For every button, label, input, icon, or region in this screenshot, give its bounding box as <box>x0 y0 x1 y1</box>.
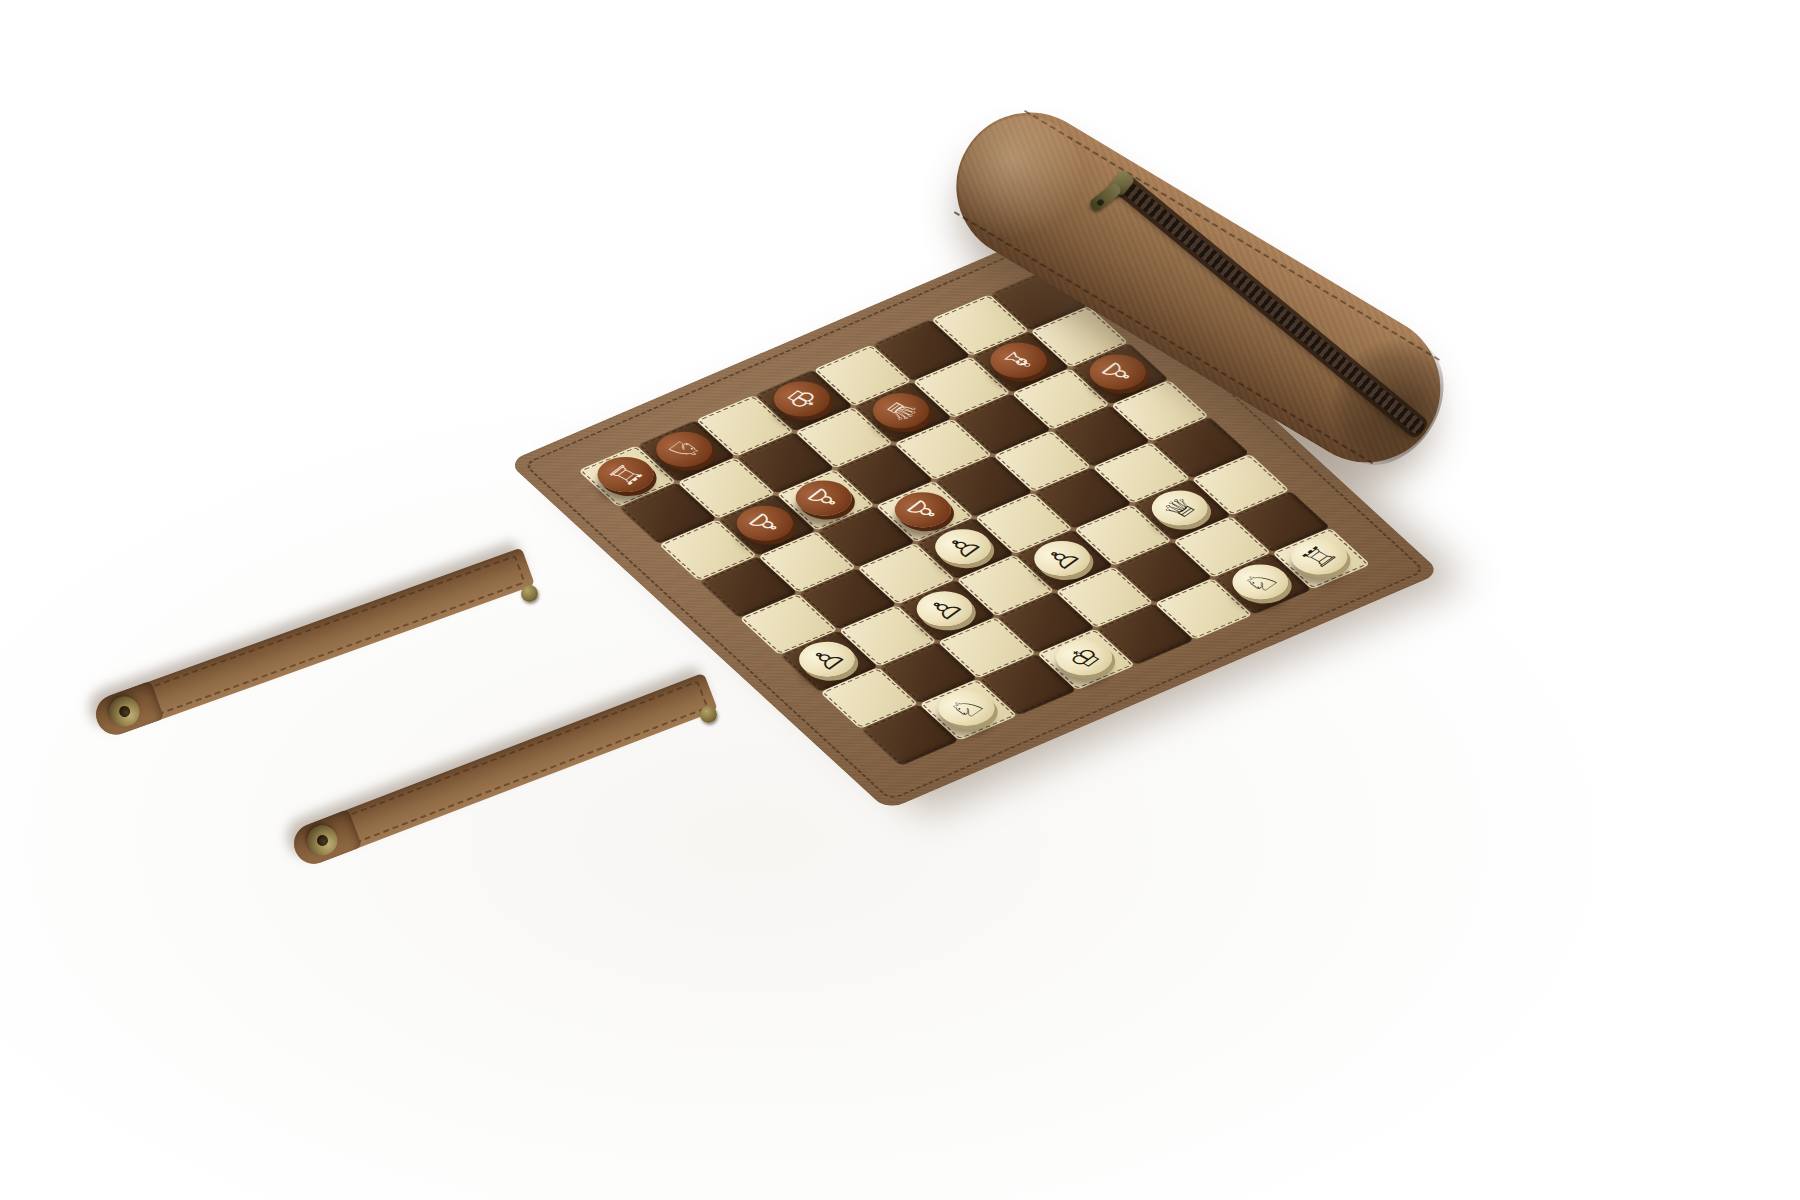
pawn-glyph: ♙ <box>899 495 947 525</box>
pawn-glyph: ♙ <box>803 644 852 675</box>
pawn-glyph: ♙ <box>800 483 848 513</box>
strap-upper <box>91 547 535 740</box>
rivet-icon <box>521 585 538 602</box>
rook-glyph: ♖ <box>602 460 650 490</box>
pawn-glyph: ♙ <box>939 531 988 562</box>
knight-glyph: ♘ <box>942 693 991 724</box>
pawn-glyph: ♙ <box>1038 543 1087 574</box>
rivet-icon <box>700 706 717 723</box>
pawn-glyph: ♙ <box>1094 357 1142 387</box>
zipper-tab-icon[interactable] <box>1088 181 1123 212</box>
pawn-glyph: ♙ <box>741 508 789 538</box>
strap-lower <box>288 673 718 870</box>
scene: ♖♘♔♕♗♙♙♙♙♙♙♙♙♕♘♔♘♖ <box>0 0 1800 1200</box>
queen-glyph: ♕ <box>1155 493 1204 524</box>
rook-glyph: ♖ <box>1295 542 1344 573</box>
bishop-glyph: ♗ <box>995 345 1043 375</box>
queen-glyph: ♕ <box>877 396 925 426</box>
knight-glyph: ♘ <box>1236 567 1285 598</box>
pawn-glyph: ♙ <box>920 594 969 625</box>
king-glyph: ♔ <box>778 384 826 414</box>
roll-cap <box>935 93 1106 268</box>
knight-glyph: ♘ <box>660 434 708 464</box>
king-glyph: ♔ <box>1060 642 1109 673</box>
zipper-pull-icon[interactable] <box>1108 169 1136 198</box>
